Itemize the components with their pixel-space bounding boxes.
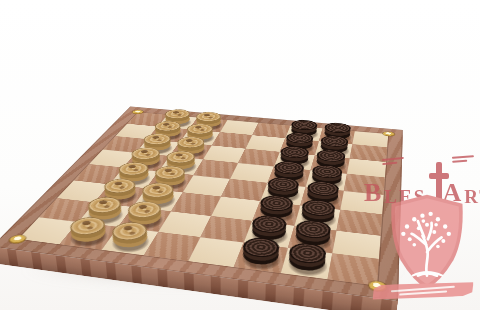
light-piece[interactable] <box>66 225 111 246</box>
product-photo: BLES ART <box>0 0 480 310</box>
blesart-watermark: BLES ART <box>356 140 480 310</box>
light-piece[interactable] <box>108 230 152 252</box>
blesart-shield-logo <box>376 192 478 292</box>
square-r6c5[interactable] <box>211 197 260 221</box>
checkers-board <box>0 107 403 301</box>
flourish-icon <box>452 153 475 163</box>
